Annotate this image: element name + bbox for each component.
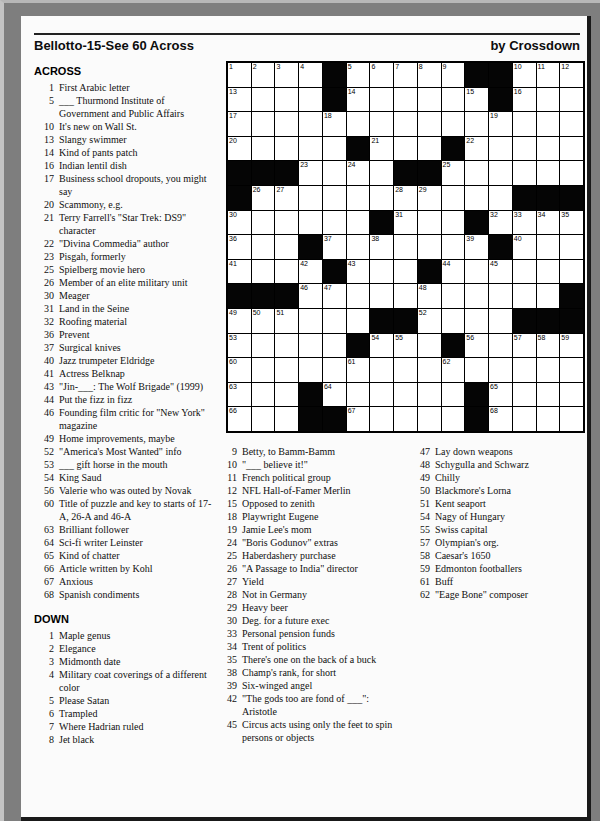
- grid-cell[interactable]: [465, 161, 488, 185]
- clue-text: Kind of chatter: [59, 549, 214, 562]
- grid-cell[interactable]: [418, 334, 441, 358]
- grid-cell[interactable]: [513, 284, 536, 308]
- grid-cell[interactable]: [370, 407, 393, 431]
- grid-cell[interactable]: [513, 260, 536, 284]
- grid-cell[interactable]: [275, 88, 298, 112]
- grid-cell[interactable]: 15: [465, 88, 488, 112]
- grid-cell[interactable]: 29: [418, 186, 441, 210]
- grid-cell[interactable]: [394, 358, 417, 382]
- clue-row: 49Chilly: [410, 471, 582, 484]
- grid-cell[interactable]: 60: [228, 358, 251, 382]
- cell-number: 45: [490, 260, 498, 268]
- clue-number: 35: [217, 653, 237, 666]
- grid-cell[interactable]: [347, 383, 370, 407]
- grid-cell[interactable]: [513, 407, 536, 431]
- grid-cell[interactable]: [537, 137, 560, 161]
- black-cell: [489, 88, 512, 112]
- grid-cell[interactable]: 20: [228, 137, 251, 161]
- grid-cell[interactable]: [394, 284, 417, 308]
- grid-cell[interactable]: [560, 383, 583, 407]
- grid-cell[interactable]: [537, 358, 560, 382]
- grid-cell[interactable]: 67: [347, 407, 370, 431]
- grid-cell[interactable]: [275, 112, 298, 136]
- grid-cell[interactable]: [442, 112, 465, 136]
- grid-cell[interactable]: 5: [347, 63, 370, 87]
- down-clue-list-middle: 9Betty, to Bamm-Bamm10"___ believe it!"1…: [217, 445, 401, 744]
- grid-cell[interactable]: 50: [252, 309, 275, 333]
- grid-cell[interactable]: 59: [560, 334, 583, 358]
- grid-cell[interactable]: [489, 358, 512, 382]
- grid-cell[interactable]: 47: [323, 284, 346, 308]
- clue-number: 7: [34, 720, 54, 733]
- clue-number: 29: [217, 601, 237, 614]
- grid-cell[interactable]: [418, 383, 441, 407]
- grid-cell[interactable]: [275, 334, 298, 358]
- grid-cell[interactable]: [442, 309, 465, 333]
- clue-row: 53___ gift horse in the mouth: [34, 458, 214, 471]
- grid-cell[interactable]: [323, 309, 346, 333]
- clue-row: 5___ Thurmond Institute of Government an…: [34, 94, 214, 120]
- grid-cell[interactable]: [370, 112, 393, 136]
- grid-cell[interactable]: 25: [442, 161, 465, 185]
- grid-cell[interactable]: [323, 161, 346, 185]
- grid-cell[interactable]: [442, 284, 465, 308]
- grid-cell[interactable]: [323, 358, 346, 382]
- grid-cell[interactable]: [442, 383, 465, 407]
- clue-row: 17Business school dropouts, you might sa…: [34, 172, 214, 198]
- cell-number: 4: [300, 63, 304, 71]
- clue-row: 14Kind of pants patch: [34, 146, 214, 159]
- grid-cell[interactable]: 43: [347, 260, 370, 284]
- clue-text: Circus acts using only the feet to spin …: [242, 718, 401, 744]
- cell-number: 15: [466, 88, 474, 96]
- black-cell: [537, 309, 560, 333]
- grid-cell[interactable]: [513, 112, 536, 136]
- grid-cell[interactable]: [465, 284, 488, 308]
- grid-cell[interactable]: [275, 211, 298, 235]
- grid-cell[interactable]: [323, 137, 346, 161]
- grid-cell[interactable]: [489, 334, 512, 358]
- grid-cell[interactable]: [489, 137, 512, 161]
- grid-cell[interactable]: [537, 88, 560, 112]
- grid-cell[interactable]: [252, 112, 275, 136]
- grid-cell[interactable]: 65: [489, 383, 512, 407]
- grid-cell[interactable]: [252, 260, 275, 284]
- cell-number: 28: [395, 186, 403, 194]
- clue-row: 16Indian lentil dish: [34, 159, 214, 172]
- grid-cell[interactable]: [489, 309, 512, 333]
- grid-cell[interactable]: 2: [252, 63, 275, 87]
- clue-text: Military coat coverings of a different c…: [59, 668, 214, 694]
- grid-cell[interactable]: [537, 284, 560, 308]
- grid-cell[interactable]: 63: [228, 383, 251, 407]
- black-cell: [347, 334, 370, 358]
- grid-cell[interactable]: [442, 407, 465, 431]
- grid-cell[interactable]: [489, 284, 512, 308]
- black-cell: [275, 284, 298, 308]
- grid-cell[interactable]: 33: [513, 211, 536, 235]
- grid-cell[interactable]: [299, 334, 322, 358]
- clue-number: 10: [217, 458, 237, 471]
- clue-number: 18: [217, 510, 237, 523]
- grid-cell[interactable]: 17: [228, 112, 251, 136]
- grid-cell[interactable]: [489, 186, 512, 210]
- clue-number: 1: [34, 81, 54, 94]
- grid-cell[interactable]: [418, 137, 441, 161]
- clue-text: Please Satan: [59, 694, 214, 707]
- cell-number: 34: [538, 211, 546, 219]
- grid-cell[interactable]: 38: [370, 235, 393, 259]
- clue-text: Personal pension funds: [242, 627, 401, 640]
- grid-cell[interactable]: [560, 260, 583, 284]
- grid-cell[interactable]: [347, 284, 370, 308]
- grid-cell[interactable]: 9: [442, 63, 465, 87]
- grid-cell[interactable]: [465, 358, 488, 382]
- grid-cell[interactable]: 19: [489, 112, 512, 136]
- grid-cell[interactable]: [537, 260, 560, 284]
- cell-number: 1: [229, 63, 233, 71]
- grid-cell[interactable]: [537, 235, 560, 259]
- grid-cell[interactable]: [347, 235, 370, 259]
- grid-cell[interactable]: [370, 284, 393, 308]
- cell-number: 52: [419, 309, 427, 317]
- clue-text: French political group: [242, 471, 401, 484]
- grid-cell[interactable]: [299, 309, 322, 333]
- grid-cell[interactable]: 37: [323, 235, 346, 259]
- black-cell: [323, 407, 346, 431]
- clue-number: 54: [34, 471, 54, 484]
- clue-row: 22"Divina Commedia" author: [34, 237, 214, 250]
- cell-number: 17: [229, 112, 237, 120]
- grid-cell[interactable]: [299, 211, 322, 235]
- grid-cell[interactable]: [370, 358, 393, 382]
- grid-cell[interactable]: 14: [347, 88, 370, 112]
- grid-cell[interactable]: 41: [228, 260, 251, 284]
- grid-cell[interactable]: [323, 334, 346, 358]
- grid-cell[interactable]: [418, 358, 441, 382]
- grid-cell[interactable]: [275, 407, 298, 431]
- clue-text: Slangy swimmer: [59, 133, 214, 146]
- grid-cell[interactable]: [537, 383, 560, 407]
- clue-number: 20: [34, 198, 54, 211]
- grid-cell[interactable]: [442, 211, 465, 235]
- grid-cell[interactable]: [347, 186, 370, 210]
- grid-cell[interactable]: [275, 383, 298, 407]
- clue-text: Terry Farrell's "Star Trek: DS9" charact…: [59, 211, 214, 237]
- grid-cell[interactable]: 7: [394, 63, 417, 87]
- grid-cell[interactable]: 53: [228, 334, 251, 358]
- grid-cell[interactable]: [394, 235, 417, 259]
- grid-cell[interactable]: 56: [465, 334, 488, 358]
- clue-row: 66Article written by Kohl: [34, 562, 214, 575]
- grid-cell[interactable]: 64: [323, 383, 346, 407]
- clue-number: 17: [34, 172, 54, 185]
- grid-cell[interactable]: 6: [370, 63, 393, 87]
- clue-row: 1First Arabic letter: [34, 81, 214, 94]
- grid-cell[interactable]: 49: [228, 309, 251, 333]
- grid-cell[interactable]: 28: [394, 186, 417, 210]
- grid-cell[interactable]: 12: [560, 63, 583, 87]
- grid-cell[interactable]: [489, 161, 512, 185]
- grid-cell[interactable]: [560, 88, 583, 112]
- clue-text: "Boris Godunov" extras: [242, 536, 401, 549]
- clue-row: 30Deg. for a future exec: [217, 614, 401, 627]
- clue-text: NFL Hall-of-Famer Merlin: [242, 484, 401, 497]
- grid-cell[interactable]: 52: [418, 309, 441, 333]
- grid-cell[interactable]: 4: [299, 63, 322, 87]
- clue-text: "Eage Bone" composer: [435, 588, 582, 601]
- grid-cell[interactable]: [299, 88, 322, 112]
- clue-number: 68: [34, 588, 54, 601]
- clue-number: 19: [217, 523, 237, 536]
- grid-cell[interactable]: [513, 383, 536, 407]
- grid-cell[interactable]: [252, 383, 275, 407]
- cell-number: 24: [348, 161, 356, 169]
- grid-cell[interactable]: [370, 383, 393, 407]
- grid-cell[interactable]: [252, 334, 275, 358]
- grid-cell[interactable]: [465, 186, 488, 210]
- grid-cell[interactable]: [465, 309, 488, 333]
- clue-text: Elegance: [59, 642, 214, 655]
- clue-number: 15: [217, 497, 237, 510]
- grid-cell[interactable]: [299, 358, 322, 382]
- grid-cell[interactable]: 62: [442, 358, 465, 382]
- clue-text: Spielberg movie hero: [59, 263, 214, 276]
- grid-cell[interactable]: 13: [228, 88, 251, 112]
- grid-cell[interactable]: [418, 211, 441, 235]
- grid-cell[interactable]: [394, 88, 417, 112]
- grid-cell[interactable]: 66: [228, 407, 251, 431]
- black-cell: [442, 137, 465, 161]
- clue-row: 1Maple genus: [34, 629, 214, 642]
- grid-cell[interactable]: [275, 260, 298, 284]
- grid-cell[interactable]: 23: [299, 161, 322, 185]
- clue-number: 41: [34, 367, 54, 380]
- clue-text: Edmonton footballers: [435, 562, 582, 575]
- cell-number: 7: [395, 63, 399, 71]
- clue-row: 55Swiss capital: [410, 523, 582, 536]
- grid-cell[interactable]: 68: [489, 407, 512, 431]
- cell-number: 64: [324, 383, 332, 391]
- grid-cell[interactable]: [275, 358, 298, 382]
- clue-number: 16: [34, 159, 54, 172]
- cell-number: 30: [229, 211, 237, 219]
- grid-cell[interactable]: 27: [275, 186, 298, 210]
- cell-number: 20: [229, 137, 237, 145]
- cell-number: 46: [300, 284, 308, 292]
- clue-text: Schygulla and Schwarz: [435, 458, 582, 471]
- grid-cell[interactable]: 22: [465, 137, 488, 161]
- grid-cell[interactable]: [252, 211, 275, 235]
- grid-cell[interactable]: [560, 112, 583, 136]
- cell-number: 8: [419, 63, 423, 71]
- grid-cell[interactable]: 30: [228, 211, 251, 235]
- grid-cell[interactable]: [560, 161, 583, 185]
- grid-cell[interactable]: [299, 137, 322, 161]
- grid-cell[interactable]: 11: [537, 63, 560, 87]
- grid-cell[interactable]: 24: [347, 161, 370, 185]
- clue-number: 62: [410, 588, 430, 601]
- black-cell: [299, 235, 322, 259]
- grid-cell[interactable]: [442, 88, 465, 112]
- grid-cell[interactable]: [418, 88, 441, 112]
- clue-text: Indian lentil dish: [59, 159, 214, 172]
- grid-cell[interactable]: 16: [513, 88, 536, 112]
- grid-cell[interactable]: [537, 161, 560, 185]
- clue-number: 25: [34, 263, 54, 276]
- grid-cell[interactable]: [370, 161, 393, 185]
- grid-cell[interactable]: 26: [252, 186, 275, 210]
- puzzle-page: Bellotto-15-See 60 Across by Crossdown 1…: [21, 16, 591, 821]
- down-clue-list-right: 47Lay down weapons48Schygulla and Schwar…: [410, 445, 582, 601]
- grid-cell[interactable]: [442, 235, 465, 259]
- cell-number: 55: [395, 334, 403, 342]
- grid-cell[interactable]: 3: [275, 63, 298, 87]
- clue-row: 32Roofing material: [34, 315, 214, 328]
- grid-cell[interactable]: [560, 137, 583, 161]
- clue-text: "___ believe it!": [242, 458, 401, 471]
- grid-cell[interactable]: 8: [418, 63, 441, 87]
- cell-number: 2: [253, 63, 257, 71]
- grid-cell[interactable]: [323, 211, 346, 235]
- clue-text: Founding film critic for "New York" maga…: [59, 406, 214, 432]
- clue-row: 64Sci-fi writer Leinster: [34, 536, 214, 549]
- black-cell: [513, 186, 536, 210]
- black-cell: [347, 137, 370, 161]
- clue-number: 1: [34, 629, 54, 642]
- cell-number: 39: [466, 235, 474, 243]
- grid-cell[interactable]: [560, 358, 583, 382]
- grid-cell[interactable]: [347, 211, 370, 235]
- grid-cell[interactable]: [394, 137, 417, 161]
- grid-cell[interactable]: [299, 186, 322, 210]
- grid-cell[interactable]: [394, 383, 417, 407]
- grid-cell[interactable]: 32: [489, 211, 512, 235]
- black-cell: [323, 88, 346, 112]
- clue-text: Sci-fi writer Leinster: [59, 536, 214, 549]
- clue-row: 4Military coat coverings of a different …: [34, 668, 214, 694]
- grid-cell[interactable]: 48: [418, 284, 441, 308]
- clue-number: 67: [34, 575, 54, 588]
- grid-cell[interactable]: [418, 112, 441, 136]
- grid-cell[interactable]: [465, 260, 488, 284]
- across-header: ACROSS: [34, 65, 214, 77]
- grid-cell[interactable]: [252, 137, 275, 161]
- grid-cell[interactable]: [275, 235, 298, 259]
- grid-cell[interactable]: 10: [513, 63, 536, 87]
- grid-cell[interactable]: 54: [370, 334, 393, 358]
- grid-cell[interactable]: [347, 309, 370, 333]
- grid-cell[interactable]: [537, 112, 560, 136]
- clue-text: Maple genus: [59, 629, 214, 642]
- grid-cell[interactable]: [275, 137, 298, 161]
- grid-cell[interactable]: [560, 407, 583, 431]
- grid-cell[interactable]: [299, 112, 322, 136]
- black-cell: [228, 161, 251, 185]
- grid-cell[interactable]: 57: [513, 334, 536, 358]
- clue-number: 10: [34, 120, 54, 133]
- cell-number: 63: [229, 383, 237, 391]
- grid-cell[interactable]: 46: [299, 284, 322, 308]
- grid-cell[interactable]: [513, 358, 536, 382]
- grid-cell[interactable]: [442, 186, 465, 210]
- grid-cell[interactable]: [537, 407, 560, 431]
- grid-cell[interactable]: [323, 186, 346, 210]
- grid-cell[interactable]: [418, 235, 441, 259]
- grid-cell[interactable]: [394, 260, 417, 284]
- down-header: DOWN: [34, 613, 214, 625]
- crossword-grid[interactable]: 1234567891011121314151617181920212223242…: [226, 61, 585, 433]
- clue-text: ___ gift horse in the mouth: [59, 458, 214, 471]
- cell-number: 29: [419, 186, 427, 194]
- grid-cell[interactable]: [394, 407, 417, 431]
- clue-number: 24: [217, 536, 237, 549]
- black-cell: [560, 309, 583, 333]
- clue-row: 7Where Hadrian ruled: [34, 720, 214, 733]
- clue-number: 23: [34, 250, 54, 263]
- cell-number: 10: [514, 63, 522, 71]
- grid-cell[interactable]: 31: [394, 211, 417, 235]
- grid-cell[interactable]: 55: [394, 334, 417, 358]
- grid-cell[interactable]: [465, 112, 488, 136]
- clue-text: Spanish condiments: [59, 588, 214, 601]
- clue-number: 54: [410, 510, 430, 523]
- clue-row: 27Yield: [217, 575, 401, 588]
- grid-cell[interactable]: [418, 407, 441, 431]
- grid-cell[interactable]: [347, 112, 370, 136]
- grid-cell[interactable]: 39: [465, 235, 488, 259]
- clue-number: 2: [34, 642, 54, 655]
- grid-cell[interactable]: [252, 407, 275, 431]
- grid-cell[interactable]: [560, 235, 583, 259]
- grid-cell[interactable]: [252, 235, 275, 259]
- clue-row: 52"America's Most Wanted" info: [34, 445, 214, 458]
- grid-cell[interactable]: [513, 161, 536, 185]
- grid-cell[interactable]: [252, 88, 275, 112]
- grid-cell[interactable]: 40: [513, 235, 536, 259]
- clue-text: Six-winged angel: [242, 679, 401, 692]
- clue-row: 45Circus acts using only the feet to spi…: [217, 718, 401, 744]
- black-cell: [323, 63, 346, 87]
- grid-cell[interactable]: 18: [323, 112, 346, 136]
- clue-text: Roofing material: [59, 315, 214, 328]
- grid-cell[interactable]: 42: [299, 260, 322, 284]
- grid-cell[interactable]: 51: [275, 309, 298, 333]
- grid-cell[interactable]: 61: [347, 358, 370, 382]
- grid-cell[interactable]: [394, 112, 417, 136]
- clue-number: 40: [34, 354, 54, 367]
- clue-text: "Jin-___: The Wolf Brigade" (1999): [59, 380, 214, 393]
- grid-cell[interactable]: [370, 186, 393, 210]
- black-cell: [418, 260, 441, 284]
- clue-number: 57: [410, 536, 430, 549]
- cell-number: 41: [229, 260, 237, 268]
- grid-cell[interactable]: 45: [489, 260, 512, 284]
- grid-cell[interactable]: [252, 358, 275, 382]
- grid-cell[interactable]: 58: [537, 334, 560, 358]
- grid-cell[interactable]: 1: [228, 63, 251, 87]
- clue-row: 12NFL Hall-of-Famer Merlin: [217, 484, 401, 497]
- grid-cell[interactable]: [370, 260, 393, 284]
- grid-cell[interactable]: [370, 88, 393, 112]
- grid-cell[interactable]: [513, 137, 536, 161]
- grid-cell[interactable]: 34: [537, 211, 560, 235]
- cell-number: 61: [348, 358, 356, 366]
- grid-cell[interactable]: 36: [228, 235, 251, 259]
- grid-cell[interactable]: 44: [442, 260, 465, 284]
- grid-cell[interactable]: 21: [370, 137, 393, 161]
- grid-cell[interactable]: 35: [560, 211, 583, 235]
